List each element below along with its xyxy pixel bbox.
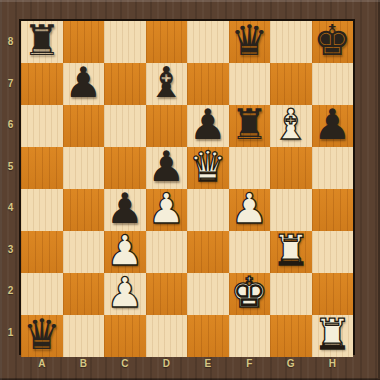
square-g1[interactable] (270, 315, 312, 357)
piece-white-king[interactable]: ♚ (230, 272, 268, 314)
square-a3[interactable] (21, 231, 63, 273)
square-a4[interactable] (21, 189, 63, 231)
rank-label-6: 6 (0, 104, 21, 146)
square-d6[interactable] (146, 105, 188, 147)
square-e5[interactable]: ♛ (187, 147, 229, 189)
square-e2[interactable] (187, 273, 229, 315)
piece-white-bishop[interactable]: ♝ (272, 104, 310, 146)
rank-label-4: 4 (0, 187, 21, 229)
piece-black-bishop[interactable]: ♝ (147, 62, 185, 104)
square-c4[interactable]: ♟ (104, 189, 146, 231)
square-a8[interactable]: ♜ (21, 21, 63, 63)
square-a5[interactable] (21, 147, 63, 189)
piece-black-pawn[interactable]: ♟ (106, 188, 144, 230)
piece-black-pawn[interactable]: ♟ (189, 104, 227, 146)
rank-label-2: 2 (0, 270, 21, 312)
piece-white-rook[interactable]: ♜ (313, 314, 351, 356)
piece-black-pawn[interactable]: ♟ (64, 62, 102, 104)
square-h3[interactable] (312, 231, 354, 273)
piece-black-pawn[interactable]: ♟ (313, 104, 351, 146)
square-d1[interactable] (146, 315, 188, 357)
square-f5[interactable] (229, 147, 271, 189)
chess-board-frame: 87654321 ABCDEFGH ♜♛♚♟♝♟♜♝♟♟♛♟♟♟♟♜♟♚♛♜ (0, 0, 380, 380)
square-h7[interactable] (312, 63, 354, 105)
rank-label-8: 8 (0, 21, 21, 63)
rank-label-3: 3 (0, 229, 21, 271)
square-b3[interactable] (63, 231, 105, 273)
piece-black-king[interactable]: ♚ (313, 20, 351, 62)
square-d2[interactable] (146, 273, 188, 315)
square-g3[interactable]: ♜ (270, 231, 312, 273)
rank-label-7: 7 (0, 63, 21, 105)
square-e3[interactable] (187, 231, 229, 273)
square-d5[interactable]: ♟ (146, 147, 188, 189)
square-d4[interactable]: ♟ (146, 189, 188, 231)
piece-white-pawn[interactable]: ♟ (230, 188, 268, 230)
piece-white-queen[interactable]: ♛ (189, 146, 227, 188)
square-a6[interactable] (21, 105, 63, 147)
chess-board: ♜♛♚♟♝♟♜♝♟♟♛♟♟♟♟♜♟♚♛♜ (21, 21, 353, 353)
square-c5[interactable] (104, 147, 146, 189)
square-f4[interactable]: ♟ (229, 189, 271, 231)
square-f2[interactable]: ♚ (229, 273, 271, 315)
square-d8[interactable] (146, 21, 188, 63)
square-h5[interactable] (312, 147, 354, 189)
piece-white-rook[interactable]: ♜ (272, 230, 310, 272)
square-h2[interactable] (312, 273, 354, 315)
square-c8[interactable] (104, 21, 146, 63)
square-b1[interactable] (63, 315, 105, 357)
square-e7[interactable] (187, 63, 229, 105)
piece-black-pawn[interactable]: ♟ (147, 146, 185, 188)
square-h1[interactable]: ♜ (312, 315, 354, 357)
square-c7[interactable] (104, 63, 146, 105)
square-g7[interactable] (270, 63, 312, 105)
piece-white-pawn[interactable]: ♟ (147, 188, 185, 230)
square-c3[interactable]: ♟ (104, 231, 146, 273)
rank-labels: 87654321 (0, 21, 21, 353)
square-f8[interactable]: ♛ (229, 21, 271, 63)
piece-black-queen[interactable]: ♛ (230, 20, 268, 62)
square-a1[interactable]: ♛ (21, 315, 63, 357)
square-f6[interactable]: ♜ (229, 105, 271, 147)
square-e4[interactable] (187, 189, 229, 231)
piece-black-rook[interactable]: ♜ (230, 104, 268, 146)
square-f7[interactable] (229, 63, 271, 105)
square-e6[interactable]: ♟ (187, 105, 229, 147)
square-b5[interactable] (63, 147, 105, 189)
piece-white-pawn[interactable]: ♟ (106, 272, 144, 314)
rank-label-1: 1 (0, 312, 21, 354)
square-b8[interactable] (63, 21, 105, 63)
square-a2[interactable] (21, 273, 63, 315)
square-e1[interactable] (187, 315, 229, 357)
piece-white-pawn[interactable]: ♟ (106, 230, 144, 272)
square-c2[interactable]: ♟ (104, 273, 146, 315)
square-d3[interactable] (146, 231, 188, 273)
square-f1[interactable] (229, 315, 271, 357)
square-b6[interactable] (63, 105, 105, 147)
square-h8[interactable]: ♚ (312, 21, 354, 63)
square-b4[interactable] (63, 189, 105, 231)
square-f3[interactable] (229, 231, 271, 273)
square-b7[interactable]: ♟ (63, 63, 105, 105)
square-c1[interactable] (104, 315, 146, 357)
square-e8[interactable] (187, 21, 229, 63)
square-a7[interactable] (21, 63, 63, 105)
piece-black-queen[interactable]: ♛ (23, 314, 61, 356)
rank-label-5: 5 (0, 146, 21, 188)
piece-black-rook[interactable]: ♜ (23, 20, 61, 62)
square-g5[interactable] (270, 147, 312, 189)
square-h4[interactable] (312, 189, 354, 231)
square-g6[interactable]: ♝ (270, 105, 312, 147)
square-h6[interactable]: ♟ (312, 105, 354, 147)
square-g8[interactable] (270, 21, 312, 63)
square-g4[interactable] (270, 189, 312, 231)
square-d7[interactable]: ♝ (146, 63, 188, 105)
square-c6[interactable] (104, 105, 146, 147)
square-g2[interactable] (270, 273, 312, 315)
square-b2[interactable] (63, 273, 105, 315)
